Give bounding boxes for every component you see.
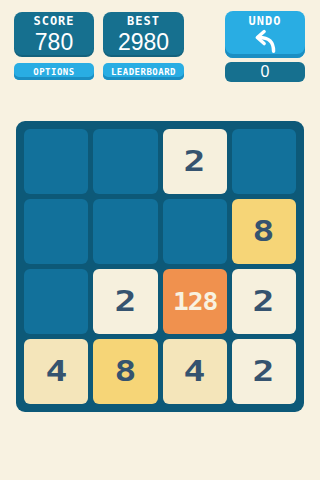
empty-cell (24, 269, 88, 334)
empty-cell (163, 199, 227, 264)
tile-number: 4 (184, 355, 206, 388)
tile-2: 2 (232, 339, 296, 404)
score-box: SCORE 780 (14, 12, 94, 57)
best-value: 2980 (118, 29, 169, 55)
tile-number: 128 (172, 287, 216, 316)
undo-button[interactable]: UNDO (225, 11, 305, 58)
tile-2: 2 (163, 129, 227, 194)
score-label: SCORE (33, 15, 74, 28)
leaderboard-button[interactable]: LEADERBOARD (103, 63, 184, 80)
score-value: 780 (35, 29, 73, 55)
tile-2: 2 (232, 269, 296, 334)
tile-4: 4 (24, 339, 88, 404)
empty-cell (232, 129, 296, 194)
empty-cell (24, 199, 88, 264)
undo-arrow-icon (249, 29, 281, 56)
tile-8: 8 (93, 339, 157, 404)
tile-128: 128 (163, 269, 227, 334)
tile-number: 2 (253, 355, 275, 388)
tile-number: 2 (114, 285, 136, 318)
tile-number: 8 (253, 215, 275, 248)
game-screen: SCORE 780 BEST 2980 OPTIONS LEADERBOARD … (0, 0, 320, 480)
tile-number: 2 (184, 145, 206, 178)
undo-count-value: 0 (261, 63, 270, 81)
undo-button-label: UNDO (249, 15, 282, 28)
best-box: BEST 2980 (103, 12, 184, 57)
board[interactable]: 28212824842 (16, 121, 304, 412)
empty-cell (93, 129, 157, 194)
best-label: BEST (127, 15, 160, 28)
tile-number: 4 (45, 355, 67, 388)
empty-cell (93, 199, 157, 264)
options-button[interactable]: OPTIONS (14, 63, 94, 80)
tile-8: 8 (232, 199, 296, 264)
undo-count-badge: 0 (225, 62, 305, 82)
tile-2: 2 (93, 269, 157, 334)
empty-cell (24, 129, 88, 194)
tile-4: 4 (163, 339, 227, 404)
tile-number: 8 (114, 355, 136, 388)
tile-number: 2 (253, 285, 275, 318)
